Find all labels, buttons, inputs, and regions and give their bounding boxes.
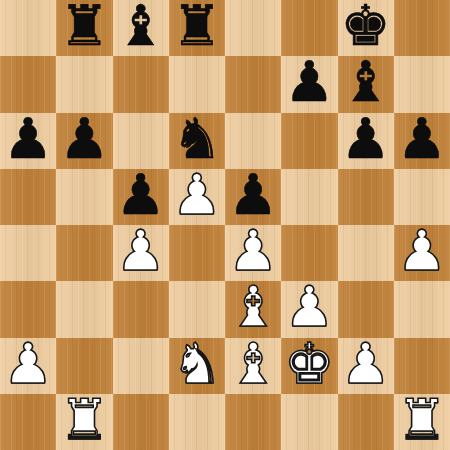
square-b1[interactable]: ♜ <box>56 394 112 450</box>
square-f6[interactable] <box>281 113 337 169</box>
piece-black-pawn[interactable]: ♟ <box>116 167 166 223</box>
piece-white-king[interactable]: ♚ <box>284 336 334 392</box>
chess-board: ♜♝♜♚♟♝♟♟♞♟♟♟♟♟♟♟♟♝♟♟♞♝♚♟♜♜ <box>0 0 450 450</box>
square-d2[interactable]: ♞ <box>169 338 225 394</box>
square-b6[interactable]: ♟ <box>56 113 112 169</box>
square-h7[interactable] <box>394 56 450 112</box>
square-g6[interactable]: ♟ <box>338 113 394 169</box>
square-a7[interactable] <box>0 56 56 112</box>
square-e7[interactable] <box>225 56 281 112</box>
square-c8[interactable]: ♝ <box>113 0 169 56</box>
square-e3[interactable]: ♝ <box>225 281 281 337</box>
square-a2[interactable]: ♟ <box>0 338 56 394</box>
piece-black-pawn[interactable]: ♟ <box>59 111 109 167</box>
piece-black-pawn[interactable]: ♟ <box>397 111 447 167</box>
square-c1[interactable] <box>113 394 169 450</box>
square-c7[interactable] <box>113 56 169 112</box>
square-a3[interactable] <box>0 281 56 337</box>
square-d3[interactable] <box>169 281 225 337</box>
square-b4[interactable] <box>56 225 112 281</box>
piece-white-pawn[interactable]: ♟ <box>341 336 391 392</box>
piece-white-bishop[interactable]: ♝ <box>228 336 278 392</box>
square-g4[interactable] <box>338 225 394 281</box>
square-g1[interactable] <box>338 394 394 450</box>
square-g2[interactable]: ♟ <box>338 338 394 394</box>
square-e2[interactable]: ♝ <box>225 338 281 394</box>
square-f5[interactable] <box>281 169 337 225</box>
square-c2[interactable] <box>113 338 169 394</box>
piece-black-pawn[interactable]: ♟ <box>284 54 334 110</box>
square-g5[interactable] <box>338 169 394 225</box>
square-g7[interactable]: ♝ <box>338 56 394 112</box>
square-b5[interactable] <box>56 169 112 225</box>
square-d1[interactable] <box>169 394 225 450</box>
piece-white-knight[interactable]: ♞ <box>172 336 222 392</box>
square-d4[interactable] <box>169 225 225 281</box>
piece-black-bishop[interactable]: ♝ <box>116 0 166 54</box>
square-e5[interactable]: ♟ <box>225 169 281 225</box>
piece-black-pawn[interactable]: ♟ <box>341 111 391 167</box>
square-e1[interactable] <box>225 394 281 450</box>
square-e4[interactable]: ♟ <box>225 225 281 281</box>
square-a1[interactable] <box>0 394 56 450</box>
square-f2[interactable]: ♚ <box>281 338 337 394</box>
square-c5[interactable]: ♟ <box>113 169 169 225</box>
piece-black-king[interactable]: ♚ <box>341 0 391 54</box>
square-c3[interactable] <box>113 281 169 337</box>
square-f8[interactable] <box>281 0 337 56</box>
square-a6[interactable]: ♟ <box>0 113 56 169</box>
piece-white-rook[interactable]: ♜ <box>397 392 447 448</box>
piece-black-rook[interactable]: ♜ <box>59 0 109 54</box>
square-d5[interactable]: ♟ <box>169 169 225 225</box>
square-h3[interactable] <box>394 281 450 337</box>
piece-white-rook[interactable]: ♜ <box>59 392 109 448</box>
piece-black-bishop[interactable]: ♝ <box>341 54 391 110</box>
square-f3[interactable]: ♟ <box>281 281 337 337</box>
square-h5[interactable] <box>394 169 450 225</box>
square-h4[interactable]: ♟ <box>394 225 450 281</box>
square-e8[interactable] <box>225 0 281 56</box>
piece-black-rook[interactable]: ♜ <box>172 0 222 54</box>
square-c4[interactable]: ♟ <box>113 225 169 281</box>
piece-white-pawn[interactable]: ♟ <box>3 336 53 392</box>
square-f4[interactable] <box>281 225 337 281</box>
square-h1[interactable]: ♜ <box>394 394 450 450</box>
piece-black-pawn[interactable]: ♟ <box>228 167 278 223</box>
square-d8[interactable]: ♜ <box>169 0 225 56</box>
square-e6[interactable] <box>225 113 281 169</box>
square-b7[interactable] <box>56 56 112 112</box>
square-h8[interactable] <box>394 0 450 56</box>
square-f7[interactable]: ♟ <box>281 56 337 112</box>
square-c6[interactable] <box>113 113 169 169</box>
square-b2[interactable] <box>56 338 112 394</box>
square-b3[interactable] <box>56 281 112 337</box>
piece-white-pawn[interactable]: ♟ <box>116 223 166 279</box>
square-d6[interactable]: ♞ <box>169 113 225 169</box>
piece-white-bishop[interactable]: ♝ <box>228 279 278 335</box>
piece-black-knight[interactable]: ♞ <box>172 111 222 167</box>
piece-white-pawn[interactable]: ♟ <box>172 167 222 223</box>
piece-white-pawn[interactable]: ♟ <box>397 223 447 279</box>
square-h2[interactable] <box>394 338 450 394</box>
piece-white-pawn[interactable]: ♟ <box>228 223 278 279</box>
square-a4[interactable] <box>0 225 56 281</box>
square-g3[interactable] <box>338 281 394 337</box>
piece-white-pawn[interactable]: ♟ <box>284 279 334 335</box>
square-a5[interactable] <box>0 169 56 225</box>
square-h6[interactable]: ♟ <box>394 113 450 169</box>
square-d7[interactable] <box>169 56 225 112</box>
square-g8[interactable]: ♚ <box>338 0 394 56</box>
piece-black-pawn[interactable]: ♟ <box>3 111 53 167</box>
square-a8[interactable] <box>0 0 56 56</box>
square-f1[interactable] <box>281 394 337 450</box>
square-b8[interactable]: ♜ <box>56 0 112 56</box>
